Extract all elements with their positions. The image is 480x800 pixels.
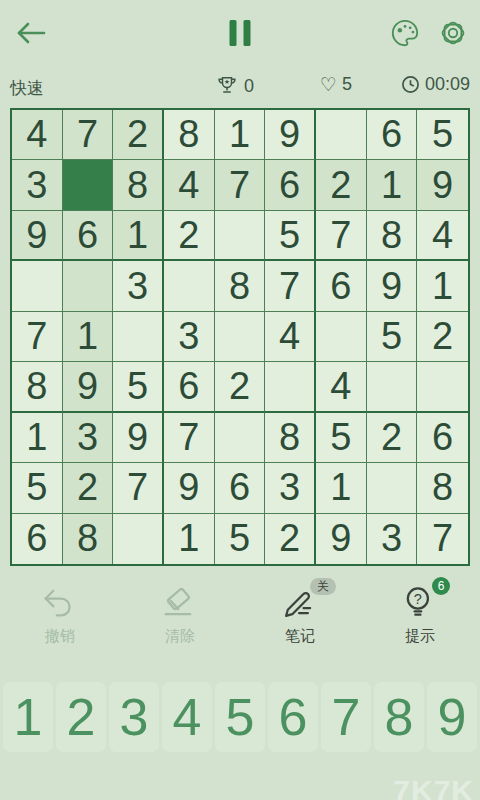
numpad-key-6[interactable]: 6 (268, 682, 318, 752)
sudoku-cell-r1c2[interactable]: 7 (63, 110, 114, 160)
sudoku-cell-r3c8[interactable]: 8 (367, 211, 418, 261)
sudoku-cell-r8c2[interactable]: 2 (63, 463, 114, 513)
sudoku-cell-r5c9[interactable]: 2 (417, 312, 468, 362)
sudoku-cell-r1c8[interactable]: 6 (367, 110, 418, 160)
sudoku-cell-r7c8[interactable]: 2 (367, 413, 418, 463)
sudoku-cell-r6c5[interactable]: 2 (215, 362, 266, 412)
time-stat: 00:09 (401, 74, 470, 95)
sudoku-cell-r3c5[interactable] (215, 211, 266, 261)
pause-button[interactable] (230, 20, 251, 46)
sudoku-cell-r4c7[interactable]: 6 (316, 261, 367, 311)
sudoku-cell-r2c4[interactable]: 4 (164, 160, 215, 210)
sudoku-cell-r4c8[interactable]: 9 (367, 261, 418, 311)
sudoku-cell-r4c6[interactable]: 7 (265, 261, 316, 311)
sudoku-cell-r7c7[interactable]: 5 (316, 413, 367, 463)
sudoku-cell-r8c8[interactable] (367, 463, 418, 513)
sudoku-cell-r2c6[interactable]: 6 (265, 160, 316, 210)
sudoku-app: { "game": "sudoku", "position": { "grid"… (0, 0, 480, 800)
sudoku-cell-r7c3[interactable]: 9 (113, 413, 164, 463)
numpad-key-3[interactable]: 3 (109, 682, 159, 752)
sudoku-cell-r3c3[interactable]: 1 (113, 211, 164, 261)
sudoku-cell-r7c6[interactable]: 8 (265, 413, 316, 463)
eraser-icon (160, 584, 198, 622)
undo-icon (40, 584, 78, 622)
undo-label: 撤销 (45, 627, 75, 646)
toolbar: 撤销 清除 关 笔记 ? (0, 584, 480, 656)
sudoku-cell-r8c7[interactable]: 1 (316, 463, 367, 513)
sudoku-cell-r9c3[interactable] (113, 514, 164, 564)
sudoku-cell-r8c6[interactable]: 3 (265, 463, 316, 513)
sudoku-cell-r8c9[interactable]: 8 (417, 463, 468, 513)
sudoku-cell-r7c9[interactable]: 6 (417, 413, 468, 463)
sudoku-cell-r7c2[interactable]: 3 (63, 413, 114, 463)
sudoku-cell-r4c4[interactable] (164, 261, 215, 311)
undo-button[interactable]: 撤销 (0, 584, 120, 656)
numpad-key-4[interactable]: 4 (162, 682, 212, 752)
sudoku-cell-r9c7[interactable]: 9 (316, 514, 367, 564)
numpad-key-5[interactable]: 5 (215, 682, 265, 752)
sudoku-cell-r6c1[interactable]: 8 (12, 362, 63, 412)
sudoku-cell-r7c1[interactable]: 1 (12, 413, 63, 463)
numpad-key-1[interactable]: 1 (3, 682, 53, 752)
sudoku-cell-r6c8[interactable] (367, 362, 418, 412)
sudoku-cell-r3c7[interactable]: 7 (316, 211, 367, 261)
top-bar (0, 0, 480, 62)
lives-stat: ♡ 5 (320, 74, 352, 95)
sudoku-cell-r4c1[interactable] (12, 261, 63, 311)
notes-toggle-badge: 关 (310, 578, 336, 595)
sudoku-cell-r2c2[interactable] (63, 160, 114, 210)
back-button[interactable] (14, 18, 48, 48)
sudoku-cell-r8c4[interactable]: 9 (164, 463, 215, 513)
clock-icon (401, 75, 420, 94)
numpad-key-2[interactable]: 2 (56, 682, 106, 752)
notes-label: 笔记 (285, 627, 315, 646)
back-arrow-icon (14, 18, 48, 48)
sudoku-cell-r1c1[interactable]: 4 (12, 110, 63, 160)
top-bar-right (390, 18, 468, 48)
sudoku-cell-r3c2[interactable]: 6 (63, 211, 114, 261)
hint-label: 提示 (405, 627, 435, 646)
sudoku-grid: 4728196538476219961257843876917134528956… (10, 108, 470, 566)
sudoku-cell-r5c2[interactable]: 1 (63, 312, 114, 362)
sudoku-cell-r3c4[interactable]: 2 (164, 211, 215, 261)
watermark: 7K7K (393, 774, 474, 800)
sudoku-cell-r5c3[interactable] (113, 312, 164, 362)
sudoku-cell-r2c7[interactable]: 2 (316, 160, 367, 210)
status-bar: 快速 0 ♡ 5 00:09 (10, 74, 470, 102)
sudoku-cell-r1c6[interactable]: 9 (265, 110, 316, 160)
numpad-key-7[interactable]: 7 (321, 682, 371, 752)
sudoku-cell-r3c9[interactable]: 4 (417, 211, 468, 261)
sudoku-cell-r9c6[interactable]: 2 (265, 514, 316, 564)
number-pad: 123456789 (0, 682, 480, 754)
numpad-key-8[interactable]: 8 (374, 682, 424, 752)
pause-icon (230, 20, 237, 46)
sudoku-cell-r2c8[interactable]: 1 (367, 160, 418, 210)
clear-label: 清除 (165, 627, 195, 646)
sudoku-cell-r9c9[interactable]: 7 (417, 514, 468, 564)
sudoku-cell-r1c3[interactable]: 2 (113, 110, 164, 160)
lives-value: 5 (342, 74, 352, 95)
sudoku-cell-r9c5[interactable]: 5 (215, 514, 266, 564)
sudoku-cell-r5c1[interactable]: 7 (12, 312, 63, 362)
sudoku-cell-r4c9[interactable]: 1 (417, 261, 468, 311)
mode-label: 快速 (10, 77, 44, 100)
sudoku-cell-r3c6[interactable]: 5 (265, 211, 316, 261)
numpad-key-9[interactable]: 9 (427, 682, 477, 752)
sudoku-cell-r1c5[interactable]: 1 (215, 110, 266, 160)
sudoku-cell-r4c2[interactable] (63, 261, 114, 311)
score-stat: 0 (215, 74, 254, 98)
sudoku-cell-r6c2[interactable]: 9 (63, 362, 114, 412)
sudoku-cell-r7c5[interactable] (215, 413, 266, 463)
sudoku-cell-r8c1[interactable]: 5 (12, 463, 63, 513)
sudoku-cell-r6c9[interactable] (417, 362, 468, 412)
settings-gear-icon[interactable] (438, 18, 468, 48)
clear-button[interactable]: 清除 (120, 584, 240, 656)
notes-button[interactable]: 关 笔记 (240, 584, 360, 656)
sudoku-cell-r5c7[interactable] (316, 312, 367, 362)
hint-count-badge: 6 (432, 577, 450, 595)
theme-palette-icon[interactable] (390, 18, 420, 48)
sudoku-cell-r8c3[interactable]: 7 (113, 463, 164, 513)
score-value: 0 (244, 76, 254, 97)
sudoku-cell-r3c1[interactable]: 9 (12, 211, 63, 261)
trophy-icon (215, 74, 239, 98)
sudoku-cell-r5c6[interactable]: 4 (265, 312, 316, 362)
sudoku-cell-r1c4[interactable]: 8 (164, 110, 215, 160)
sudoku-cell-r2c3[interactable]: 8 (113, 160, 164, 210)
sudoku-cell-r6c6[interactable] (265, 362, 316, 412)
sudoku-cell-r9c2[interactable]: 8 (63, 514, 114, 564)
heart-icon: ♡ (320, 75, 337, 94)
sudoku-cell-r7c4[interactable]: 7 (164, 413, 215, 463)
sudoku-cell-r5c8[interactable]: 5 (367, 312, 418, 362)
sudoku-cell-r4c3[interactable]: 3 (113, 261, 164, 311)
sudoku-cell-r5c5[interactable] (215, 312, 266, 362)
time-value: 00:09 (425, 74, 470, 95)
svg-text:?: ? (414, 591, 422, 607)
sudoku-cell-r9c4[interactable]: 1 (164, 514, 215, 564)
sudoku-cell-r2c5[interactable]: 7 (215, 160, 266, 210)
sudoku-cell-r1c9[interactable]: 5 (417, 110, 468, 160)
sudoku-cell-r6c7[interactable]: 4 (316, 362, 367, 412)
sudoku-cell-r6c3[interactable]: 5 (113, 362, 164, 412)
sudoku-cell-r1c7[interactable] (316, 110, 367, 160)
sudoku-cell-r9c8[interactable]: 3 (367, 514, 418, 564)
sudoku-cell-r8c5[interactable]: 6 (215, 463, 266, 513)
sudoku-cell-r2c1[interactable]: 3 (12, 160, 63, 210)
hint-button[interactable]: ? 6 提示 (360, 584, 480, 656)
sudoku-cell-r2c9[interactable]: 9 (417, 160, 468, 210)
sudoku-cell-r9c1[interactable]: 6 (12, 514, 63, 564)
sudoku-cell-r6c4[interactable]: 6 (164, 362, 215, 412)
sudoku-cell-r5c4[interactable]: 3 (164, 312, 215, 362)
sudoku-cell-r4c5[interactable]: 8 (215, 261, 266, 311)
